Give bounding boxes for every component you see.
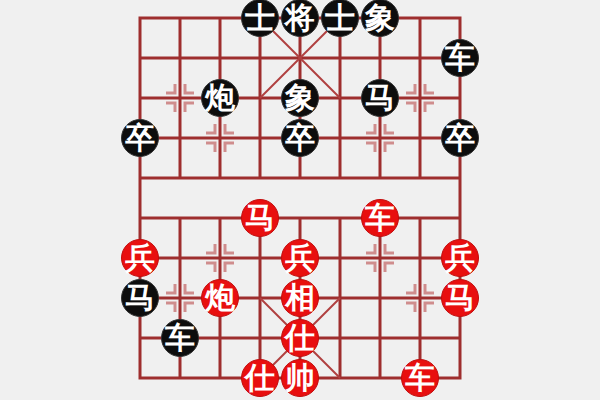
- piece-red-cannon[interactable]: 炮: [201, 279, 239, 317]
- piece-red-soldier[interactable]: 兵: [121, 239, 159, 277]
- piece-red-chariot[interactable]: 车: [401, 359, 439, 397]
- piece-black-elephant[interactable]: 象: [361, 0, 399, 37]
- piece-black-soldier[interactable]: 卒: [121, 119, 159, 157]
- piece-red-advisor[interactable]: 仕: [281, 319, 319, 357]
- piece-black-soldier[interactable]: 卒: [281, 119, 319, 157]
- piece-red-soldier[interactable]: 兵: [281, 239, 319, 277]
- piece-black-horse[interactable]: 马: [121, 279, 159, 317]
- piece-red-soldier[interactable]: 兵: [441, 239, 479, 277]
- piece-red-chariot[interactable]: 车: [361, 199, 399, 237]
- piece-black-advisor[interactable]: 士: [241, 0, 279, 37]
- piece-red-general[interactable]: 帅: [281, 359, 319, 397]
- piece-black-chariot[interactable]: 车: [161, 319, 199, 357]
- piece-black-advisor[interactable]: 士: [321, 0, 359, 37]
- pieces-layer: 士将士象车炮象马卒卒卒马车兵兵兵马炮相马车仕仕帅车: [120, 0, 480, 398]
- piece-red-horse[interactable]: 马: [241, 199, 279, 237]
- piece-black-elephant[interactable]: 象: [281, 79, 319, 117]
- piece-black-chariot[interactable]: 车: [441, 39, 479, 77]
- piece-red-advisor[interactable]: 仕: [241, 359, 279, 397]
- piece-red-horse[interactable]: 马: [441, 279, 479, 317]
- xiangqi-board: 士将士象车炮象马卒卒卒马车兵兵兵马炮相马车仕仕帅车: [0, 0, 600, 400]
- piece-black-horse[interactable]: 马: [361, 79, 399, 117]
- piece-black-cannon[interactable]: 炮: [201, 79, 239, 117]
- piece-black-soldier[interactable]: 卒: [441, 119, 479, 157]
- piece-red-elephant[interactable]: 相: [281, 279, 319, 317]
- piece-black-general[interactable]: 将: [281, 0, 319, 37]
